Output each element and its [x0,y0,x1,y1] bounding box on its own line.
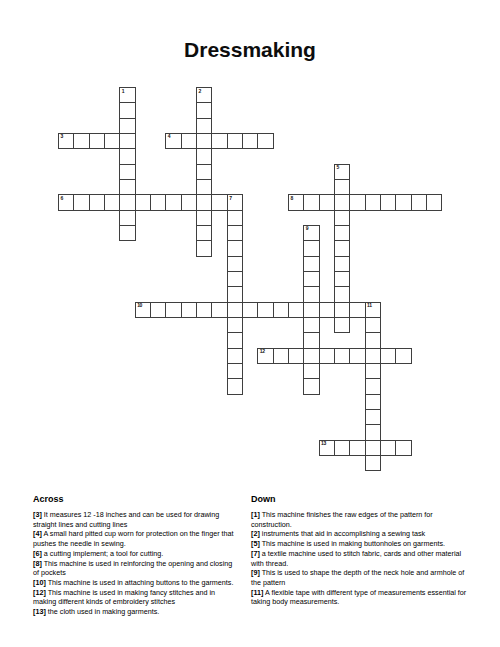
grid-cell[interactable] [395,194,411,210]
clue-number-label: [5] [251,539,260,548]
grid-cell[interactable] [411,194,427,210]
grid-cell[interactable]: 7 [227,194,243,210]
grid-cell[interactable]: 2 [196,87,212,103]
grid-cell[interactable] [426,194,442,210]
grid-cell[interactable] [334,440,350,456]
clue-text: It measures 12 -18 inches and can be use… [33,510,219,529]
grid-cell[interactable] [73,133,89,149]
down-clue-list: [1] This machine finishes the raw edges … [251,510,469,607]
clue-item: [11] A flexible tape with different type… [251,588,469,607]
grid-cell[interactable] [334,302,350,318]
grid-cell[interactable] [334,286,350,302]
down-clues-column: Down [1] This machine finishes the raw e… [251,494,469,617]
grid-cell[interactable] [181,194,197,210]
grid-cell[interactable] [334,194,350,210]
clue-text: This machine is used in making fancy sti… [33,588,215,607]
grid-cell[interactable] [211,302,227,318]
grid-cell[interactable] [196,164,212,180]
clue-number-label: [1] [251,510,260,519]
grid-cell[interactable] [227,271,243,287]
grid-cell[interactable] [334,210,350,226]
grid-cell[interactable]: 11 [365,302,381,318]
grid-cell[interactable] [365,363,381,379]
across-clue-list: [3] It measures 12 -18 inches and can be… [33,510,237,617]
clue-number-label: [10] [33,578,46,587]
grid-cell[interactable] [303,240,319,256]
grid-cell[interactable] [257,133,273,149]
clue-number: 4 [168,134,170,139]
clue-text: a cutting implement; a tool for cutting. [42,549,163,558]
grid-cell[interactable] [227,256,243,272]
clue-number: 8 [290,196,292,201]
grid-cell[interactable] [165,302,181,318]
grid-cell[interactable] [334,179,350,195]
grid-cell[interactable] [365,440,381,456]
grid-cell[interactable] [319,194,335,210]
clue-item: [1] This machine finishes the raw edges … [251,510,469,529]
clue-number: 7 [229,196,231,201]
grid-cell[interactable] [196,240,212,256]
clue-number: 11 [367,303,372,308]
grid-cell[interactable]: 3 [58,133,74,149]
grid-cell[interactable] [119,164,135,180]
clue-item: [6] a cutting implement; a tool for cutt… [33,549,237,559]
grid-cell[interactable] [273,302,289,318]
clue-number: 9 [306,226,308,231]
grid-cell[interactable] [227,317,243,333]
grid-cell[interactable] [319,348,335,364]
clue-number-label: [7] [251,549,260,558]
clue-text: instruments that aid in accomplishing a … [260,529,425,538]
grid-cell[interactable] [89,194,105,210]
grid-cell[interactable] [365,409,381,425]
grid-cell[interactable] [196,102,212,118]
grid-cell[interactable]: 5 [334,164,350,180]
grid-cell[interactable] [89,133,105,149]
grid-cell[interactable] [303,194,319,210]
grid-cell[interactable] [365,455,381,471]
grid-cell[interactable] [73,194,89,210]
grid-cell[interactable]: 12 [257,348,273,364]
grid-cell[interactable] [196,225,212,241]
grid-cell[interactable] [334,256,350,272]
grid-cell[interactable] [365,394,381,410]
grid-cell[interactable] [395,348,411,364]
clue-number: 3 [61,134,63,139]
grid-cell[interactable] [395,440,411,456]
grid-cell[interactable] [349,440,365,456]
clue-number-label: [11] [251,588,263,597]
clue-text: This machine is used in attaching button… [46,578,234,587]
grid-cell[interactable] [380,440,396,456]
clue-number: 6 [61,196,63,201]
grid-cell[interactable] [150,194,166,210]
grid-cell[interactable] [365,317,381,333]
grid-cell[interactable] [196,179,212,195]
clue-number: 5 [336,165,338,170]
grid-cell[interactable]: 8 [288,194,304,210]
grid-cell[interactable] [150,302,166,318]
grid-cell[interactable] [227,225,243,241]
grid-cell[interactable] [334,271,350,287]
grid-cell[interactable] [227,332,243,348]
clue-number: 10 [137,303,142,308]
clue-number-label: [6] [33,549,42,558]
grid-cell[interactable] [227,240,243,256]
clue-item: [4] A small hard pitted cup worn for pro… [33,529,237,548]
clue-item: [13] the cloth used in making garments. [33,607,237,617]
clue-number-label: [13] [33,607,46,616]
clue-text: This machine is used in reinforcing the … [33,559,232,578]
grid-cell[interactable] [319,302,335,318]
puzzle-title: Dressmaking [0,38,500,62]
clue-number-label: [4] [33,529,42,538]
grid-cell[interactable]: 6 [58,194,74,210]
grid-cell[interactable] [242,133,258,149]
clue-item: [5] This machine is used in making butto… [251,539,469,549]
clue-item: [7] a textile machine used to stitch fab… [251,549,469,568]
grid-cell[interactable] [303,317,319,333]
grid-cell[interactable] [104,133,120,149]
grid-cell[interactable] [104,194,120,210]
grid-cell[interactable] [196,194,212,210]
clue-text: A flexible tape with different type of m… [251,588,466,607]
grid-cell[interactable] [181,133,197,149]
grid-cell[interactable] [365,332,381,348]
grid-cell[interactable] [211,194,227,210]
clue-text: a textile machine used to stitch fabric,… [251,549,461,568]
grid-cell[interactable] [227,302,243,318]
grid-cell[interactable] [135,194,151,210]
clue-item: [10] This machine is used in attaching b… [33,578,237,588]
grid-cell[interactable] [196,148,212,164]
clue-number-label: [9] [251,568,260,577]
clue-item: [8] This machine is used in reinforcing … [33,559,237,578]
grid-cell[interactable] [227,210,243,226]
grid-cell[interactable] [288,348,304,364]
grid-cell[interactable]: 1 [119,87,135,103]
down-header: Down [251,494,469,505]
clue-number-label: [2] [251,529,260,538]
across-clues-column: Across [3] It measures 12 -18 inches and… [33,494,237,617]
grid-cell[interactable] [380,194,396,210]
grid-cell[interactable] [334,348,350,364]
grid-cell[interactable] [119,225,135,241]
clue-number-label: [8] [33,559,42,568]
clue-number-label: [12] [33,588,46,597]
grid-cell[interactable] [165,194,181,210]
grid-cell[interactable]: 4 [165,133,181,149]
clue-text: This is used to shape the depth of the n… [251,568,464,587]
grid-cell[interactable]: 9 [303,225,319,241]
clue-item: [9] This is used to shape the depth of t… [251,568,469,587]
grid-cell[interactable] [227,133,243,149]
grid-cell[interactable] [227,348,243,364]
clue-text: This machine is used in making buttonhol… [260,539,445,548]
grid-cell[interactable] [303,348,319,364]
grid-cell[interactable] [227,378,243,394]
grid-cell[interactable] [334,240,350,256]
grid-cell[interactable] [181,302,197,318]
clue-number: 12 [260,349,265,354]
across-header: Across [33,494,237,505]
clue-number: 2 [198,89,200,94]
grid-cell[interactable] [303,256,319,272]
crossword-grid: 12345678910111213 [58,87,443,472]
grid-cell[interactable] [119,148,135,164]
grid-cell[interactable] [334,225,350,241]
grid-cell[interactable]: 10 [135,302,151,318]
grid-cell[interactable] [119,133,135,149]
grid-cell[interactable] [242,302,258,318]
clue-item: [3] It measures 12 -18 inches and can be… [33,510,237,529]
grid-cell[interactable] [288,302,304,318]
clue-item: [12] This machine is used in making fanc… [33,588,237,607]
grid-cell[interactable] [227,363,243,379]
grid-cell[interactable] [303,271,319,287]
grid-cell[interactable] [303,332,319,348]
grid-cell[interactable] [334,317,350,333]
grid-cell[interactable] [119,194,135,210]
grid-cell[interactable] [349,194,365,210]
grid-cell[interactable] [349,348,365,364]
grid-cell[interactable] [303,378,319,394]
grid-cell[interactable] [227,286,243,302]
grid-cell[interactable] [273,348,289,364]
grid-cell[interactable] [119,102,135,118]
clue-number: 1 [122,89,124,94]
grid-cell[interactable] [257,302,273,318]
grid-cell[interactable] [365,378,381,394]
grid-cell[interactable] [303,286,319,302]
grid-cell[interactable] [303,363,319,379]
grid-cell[interactable] [303,302,319,318]
grid-cell[interactable] [196,133,212,149]
grid-cell[interactable]: 13 [319,440,335,456]
grid-cell[interactable] [196,118,212,134]
grid-cell[interactable] [349,302,365,318]
clue-text: This machine finishes the raw edges of t… [251,510,433,529]
grid-cell[interactable] [380,348,396,364]
grid-cell[interactable] [365,348,381,364]
clue-text: the cloth used in making garments. [46,607,159,616]
clue-number-label: [3] [33,510,42,519]
grid-cell[interactable] [365,194,381,210]
grid-cell[interactable] [196,210,212,226]
grid-cell[interactable] [119,179,135,195]
grid-cell[interactable] [365,424,381,440]
grid-cell[interactable] [119,210,135,226]
grid-cell[interactable] [119,118,135,134]
clue-number: 13 [321,441,326,446]
clues-section: Across [3] It measures 12 -18 inches and… [33,494,469,617]
grid-cell[interactable] [196,302,212,318]
grid-cell[interactable] [211,133,227,149]
crossword-page: Dressmaking 12345678910111213 Across [3]… [0,0,500,647]
clue-text: A small hard pitted cup worn for protect… [33,529,234,548]
clue-item: [2] instruments that aid in accomplishin… [251,529,469,539]
